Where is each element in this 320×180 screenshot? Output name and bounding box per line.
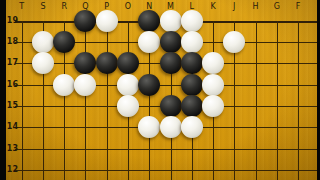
stone-white-L14 [181,116,203,138]
stone-white-J18 [223,31,245,53]
go-video-frame: 1918171615141312TSRQPONMLKJHGF [0,0,320,180]
row-label-12: 12 [4,166,18,174]
stone-black-M17 [160,52,182,74]
grid-vline-F [298,21,299,180]
col-label-S: S [40,3,45,11]
stone-white-L18 [181,31,203,53]
stone-black-R18 [53,31,75,53]
row-label-19: 19 [4,17,18,25]
stone-black-N19 [138,10,160,32]
row-label-15: 15 [4,102,18,110]
stone-black-N16 [138,74,160,96]
row-label-17: 17 [4,59,18,67]
stone-white-O15 [117,95,139,117]
col-label-G: G [274,3,280,11]
col-label-T: T [19,3,24,11]
row-label-16: 16 [4,81,18,89]
stone-black-O17 [117,52,139,74]
col-label-O: O [125,3,131,11]
stone-white-K15 [202,95,224,117]
stone-white-R16 [53,74,75,96]
stone-black-L15 [181,95,203,117]
stone-white-K16 [202,74,224,96]
stone-white-O16 [117,74,139,96]
stone-white-N18 [138,31,160,53]
stone-white-K17 [202,52,224,74]
grid-vline-G [277,21,278,180]
stone-white-Q16 [74,74,96,96]
stone-white-M19 [160,10,182,32]
stone-black-Q19 [74,10,96,32]
grid-vline-Q [85,21,86,180]
stone-white-L19 [181,10,203,32]
stone-white-S17 [32,52,54,74]
letterbox-left [0,0,6,180]
grid-vline-P [107,21,108,180]
grid-hline-12 [15,170,320,171]
go-board: 1918171615141312TSRQPONMLKJHGF [0,0,320,180]
stone-black-P17 [96,52,118,74]
grid-vline-T [22,21,23,180]
stone-black-M15 [160,95,182,117]
col-label-H: H [253,3,259,11]
col-label-J: J [233,3,235,11]
row-label-13: 13 [4,145,18,153]
stone-black-Q17 [74,52,96,74]
row-label-18: 18 [4,38,18,46]
stone-white-N14 [138,116,160,138]
stone-black-M18 [160,31,182,53]
col-label-R: R [61,3,67,11]
grid-vline-H [256,21,257,180]
stone-white-M14 [160,116,182,138]
grid-hline-13 [15,149,320,150]
stone-black-L17 [181,52,203,74]
stone-white-S18 [32,31,54,53]
col-label-K: K [210,3,215,11]
stone-white-P19 [96,10,118,32]
col-label-F: F [296,3,301,11]
stone-black-L16 [181,74,203,96]
row-label-14: 14 [4,123,18,131]
